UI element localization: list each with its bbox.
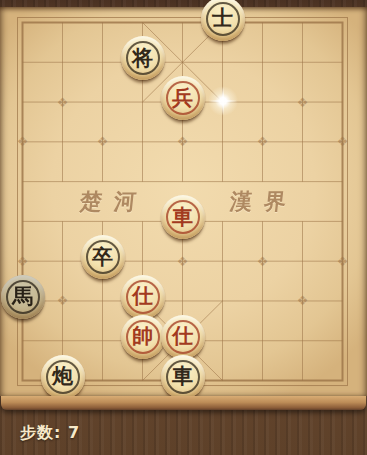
board-front-edge [1,396,366,410]
piece-black-chariot[interactable]: 車 [161,355,205,399]
piece-glyph: 車 [161,194,205,238]
piece-glyph: 帥 [121,314,165,358]
svg-text:❖: ❖ [297,95,309,110]
svg-text:❖: ❖ [337,134,349,149]
game-screen: ❖❖❖❖❖❖❖❖❖❖❖❖❖❖ 楚河 漢界 士将兵車卒馬仕帥仕炮車 步数: 7 [0,0,367,455]
piece-glyph: 仕 [161,314,205,358]
piece-glyph: 将 [121,35,165,79]
piece-red-advisor[interactable]: 仕 [161,315,205,359]
piece-red-pawn[interactable]: 兵 [161,76,205,120]
piece-glyph: 士 [201,0,245,40]
piece-black-general[interactable]: 将 [121,36,165,80]
piece-glyph: 仕 [121,274,165,318]
piece-glyph: 炮 [41,354,85,398]
svg-text:❖: ❖ [97,134,109,149]
piece-red-general[interactable]: 帥 [121,315,165,359]
svg-text:❖: ❖ [57,293,69,308]
piece-black-pawn[interactable]: 卒 [81,235,125,279]
piece-glyph: 馬 [1,274,45,318]
piece-glyph: 卒 [81,234,125,278]
piece-glyph: 兵 [161,75,205,119]
xiangqi-board[interactable]: ❖❖❖❖❖❖❖❖❖❖❖❖❖❖ 楚河 漢界 士将兵車卒馬仕帥仕炮車 [0,7,367,396]
piece-red-advisor[interactable]: 仕 [121,275,165,319]
svg-text:❖: ❖ [297,293,309,308]
piece-black-cannon[interactable]: 炮 [41,355,85,399]
piece-black-advisor[interactable]: 士 [201,0,245,41]
piece-black-horse[interactable]: 馬 [1,275,45,319]
svg-text:❖: ❖ [257,254,269,269]
piece-glyph: 車 [161,354,205,398]
svg-text:❖: ❖ [337,254,349,269]
piece-red-chariot[interactable]: 車 [161,195,205,239]
svg-text:❖: ❖ [257,134,269,149]
svg-text:❖: ❖ [177,254,189,269]
svg-text:❖: ❖ [177,134,189,149]
svg-text:❖: ❖ [17,134,29,149]
svg-text:❖: ❖ [57,95,69,110]
svg-text:❖: ❖ [17,254,29,269]
move-counter: 步数: 7 [20,423,80,444]
